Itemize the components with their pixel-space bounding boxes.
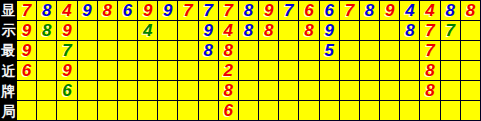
grid-cell <box>461 61 481 81</box>
board-title-char: 最 <box>0 40 17 60</box>
grid-cell <box>239 61 259 81</box>
grid-cell <box>37 61 57 81</box>
grid-cell: 4 <box>400 1 420 21</box>
grid-cell <box>37 41 57 61</box>
grid-cell: 6 <box>17 61 37 81</box>
grid-cell <box>178 61 198 81</box>
grid-cell <box>78 21 98 41</box>
grid-cell <box>400 101 420 121</box>
board-title-char: 局 <box>0 101 17 121</box>
board-title-char: 显 <box>0 0 17 20</box>
grid-cell <box>199 61 219 81</box>
grid-cell: 7 <box>420 21 440 41</box>
grid-cell: 8 <box>441 1 461 21</box>
grid-cell <box>299 41 319 61</box>
grid-cell <box>360 41 380 61</box>
grid-cell <box>118 41 138 61</box>
grid-cell: 9 <box>17 41 37 61</box>
grid-cell <box>98 101 118 121</box>
grid-cell <box>299 81 319 101</box>
grid-cell <box>78 61 98 81</box>
grid-cell <box>158 41 178 61</box>
grid-cell <box>299 101 319 121</box>
grid-cell: 7 <box>420 41 440 61</box>
grid-cell <box>158 101 178 121</box>
grid-cell: 8 <box>420 81 440 101</box>
grid-cell <box>441 101 461 121</box>
board-title-char: 示 <box>0 20 17 40</box>
grid-cell: 9 <box>78 1 98 21</box>
grid-cell <box>441 81 461 101</box>
grid-cell <box>360 21 380 41</box>
grid-cell <box>259 41 279 61</box>
grid-cell <box>78 81 98 101</box>
grid-cell <box>118 101 138 121</box>
grid-cell: 9 <box>57 61 77 81</box>
board-title-column: 显 示 最 近 牌 局 <box>0 0 17 121</box>
grid-cell <box>380 61 400 81</box>
grid-cell: 6 <box>299 1 319 21</box>
board-title-char: 牌 <box>0 81 17 101</box>
grid-cell <box>138 101 158 121</box>
grid-cell: 9 <box>17 21 37 41</box>
grid-cell <box>360 61 380 81</box>
grid-cell <box>380 81 400 101</box>
grid-cell: 6 <box>118 1 138 21</box>
grid-cell <box>340 101 360 121</box>
grid-cell <box>239 41 259 61</box>
grid-cell <box>78 41 98 61</box>
grid-cell: 8 <box>360 1 380 21</box>
grid-cell: 8 <box>199 41 219 61</box>
grid-cell <box>239 81 259 101</box>
grid-cell <box>420 101 440 121</box>
grid-cell <box>37 81 57 101</box>
grid-cell: 6 <box>219 101 239 121</box>
grid-cell <box>461 81 481 101</box>
results-grid: 7849869977789766789448898949488898779788… <box>17 0 481 121</box>
grid-cell <box>320 81 340 101</box>
grid-cell <box>400 61 420 81</box>
grid-cell: 8 <box>219 41 239 61</box>
grid-cell: 9 <box>138 1 158 21</box>
grid-cell <box>360 81 380 101</box>
grid-cell: 8 <box>37 21 57 41</box>
grid-cell: 9 <box>380 1 400 21</box>
grid-cell <box>320 61 340 81</box>
grid-cell <box>279 101 299 121</box>
grid-cell <box>400 41 420 61</box>
grid-cell: 7 <box>219 1 239 21</box>
grid-cell: 4 <box>219 21 239 41</box>
grid-cell: 4 <box>420 1 440 21</box>
grid-cell <box>98 81 118 101</box>
grid-cell <box>118 81 138 101</box>
grid-cell: 7 <box>279 1 299 21</box>
grid-cell: 9 <box>320 21 340 41</box>
grid-cell <box>279 81 299 101</box>
grid-cell <box>118 21 138 41</box>
grid-cell: 7 <box>17 1 37 21</box>
grid-cell: 8 <box>37 1 57 21</box>
grid-cell: 8 <box>219 81 239 101</box>
grid-cell: 4 <box>57 1 77 21</box>
grid-cell <box>259 61 279 81</box>
grid-cell: 8 <box>420 61 440 81</box>
grid-cell <box>158 81 178 101</box>
grid-cell <box>57 101 77 121</box>
grid-cell <box>239 101 259 121</box>
grid-cell <box>158 21 178 41</box>
grid-cell: 2 <box>219 61 239 81</box>
grid-cell: 6 <box>57 81 77 101</box>
grid-cell <box>340 41 360 61</box>
grid-cell <box>380 41 400 61</box>
grid-cell <box>17 101 37 121</box>
grid-cell <box>138 61 158 81</box>
grid-cell: 5 <box>320 41 340 61</box>
grid-cell <box>37 101 57 121</box>
grid-cell <box>461 21 481 41</box>
grid-cell <box>199 101 219 121</box>
grid-cell <box>118 61 138 81</box>
grid-cell: 7 <box>441 21 461 41</box>
grid-cell: 9 <box>158 1 178 21</box>
grid-cell <box>78 101 98 121</box>
grid-cell <box>178 41 198 61</box>
grid-cell: 7 <box>178 1 198 21</box>
grid-cell: 8 <box>98 1 118 21</box>
grid-cell <box>178 81 198 101</box>
grid-cell: 8 <box>259 21 279 41</box>
grid-cell <box>461 41 481 61</box>
grid-cell: 8 <box>239 1 259 21</box>
grid-cell <box>360 101 380 121</box>
grid-cell: 8 <box>400 21 420 41</box>
grid-cell: 6 <box>320 1 340 21</box>
grid-cell: 9 <box>199 21 219 41</box>
recent-rounds-board: 显 示 最 近 牌 局 7849869977789766789448898949… <box>0 0 481 121</box>
grid-cell <box>98 61 118 81</box>
grid-cell <box>380 21 400 41</box>
grid-cell <box>279 41 299 61</box>
grid-cell: 8 <box>299 21 319 41</box>
grid-cell <box>98 41 118 61</box>
grid-cell <box>279 61 299 81</box>
grid-cell <box>400 81 420 101</box>
grid-cell <box>461 101 481 121</box>
grid-cell: 7 <box>340 1 360 21</box>
grid-cell <box>320 101 340 121</box>
grid-cell <box>138 41 158 61</box>
grid-cell: 9 <box>57 21 77 41</box>
grid-cell <box>340 61 360 81</box>
grid-cell <box>158 61 178 81</box>
grid-cell <box>340 81 360 101</box>
grid-cell <box>441 41 461 61</box>
grid-cell <box>178 101 198 121</box>
grid-cell: 7 <box>199 1 219 21</box>
grid-cell <box>299 61 319 81</box>
grid-cell <box>17 81 37 101</box>
grid-cell <box>259 81 279 101</box>
grid-cell <box>199 81 219 101</box>
grid-cell <box>279 21 299 41</box>
grid-cell <box>259 101 279 121</box>
grid-cell <box>98 21 118 41</box>
board-title-char: 近 <box>0 61 17 81</box>
grid-cell <box>340 21 360 41</box>
grid-cell <box>138 81 158 101</box>
grid-cell: 8 <box>239 21 259 41</box>
grid-cell: 8 <box>461 1 481 21</box>
grid-cell: 7 <box>57 41 77 61</box>
grid-cell: 4 <box>138 21 158 41</box>
grid-cell <box>380 101 400 121</box>
grid-cell <box>441 61 461 81</box>
grid-cell <box>178 21 198 41</box>
grid-cell: 9 <box>259 1 279 21</box>
